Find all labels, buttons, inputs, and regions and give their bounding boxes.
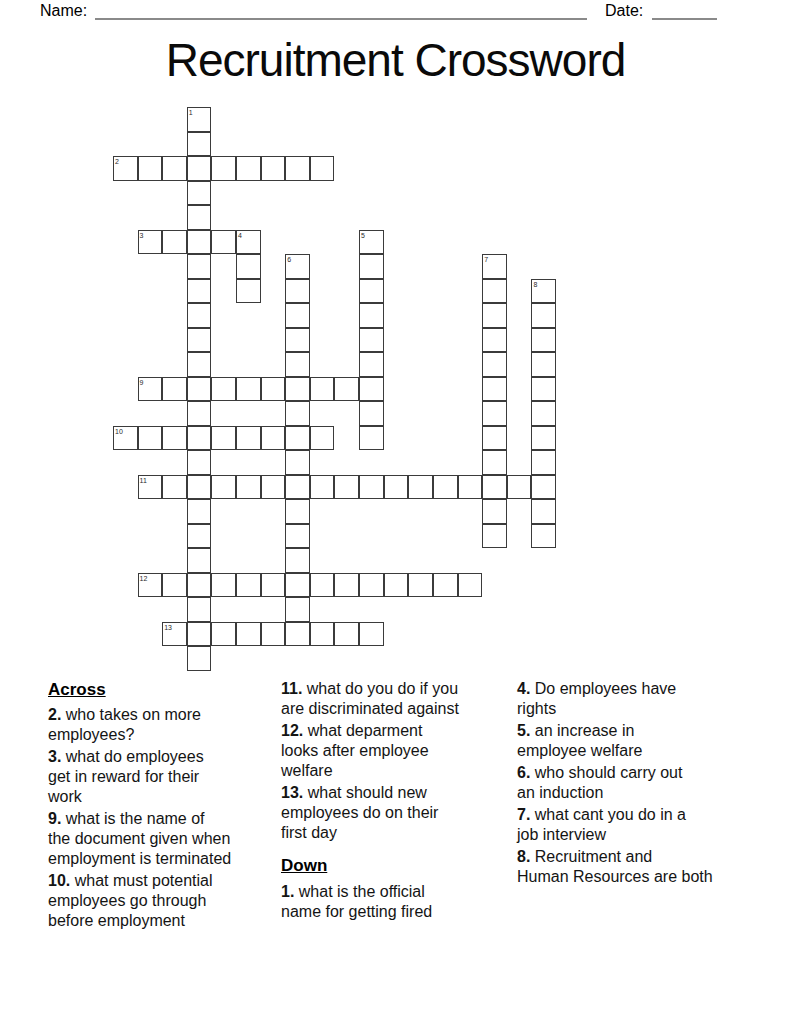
clue-text: what do you do if you are discriminated … — [281, 680, 459, 717]
cell-12-15[interactable] — [482, 401, 507, 426]
clue-number: 9. — [48, 810, 61, 827]
cell-8-17[interactable] — [531, 303, 556, 328]
cell-10-10[interactable] — [359, 352, 384, 377]
cell-13-7[interactable] — [285, 426, 310, 451]
cell-2-2[interactable] — [162, 156, 187, 181]
cell-11-17[interactable] — [531, 377, 556, 402]
cell-6-5[interactable] — [236, 254, 261, 279]
clue-across-11: 11. what do you do if you are discrimina… — [281, 679, 511, 719]
clue-number: 2. — [48, 706, 61, 723]
cell-number: 7 — [484, 255, 488, 264]
cell-16-17[interactable] — [531, 499, 556, 524]
cell-20-7[interactable] — [285, 597, 310, 622]
cell-13-17[interactable] — [531, 426, 556, 451]
cell-19-13[interactable] — [433, 573, 458, 598]
cell-7-15[interactable] — [482, 279, 507, 304]
cell-2-3[interactable] — [187, 156, 212, 181]
cell-21-7[interactable] — [285, 622, 310, 647]
cell-19-4[interactable] — [211, 573, 236, 598]
cell-18-7[interactable] — [285, 548, 310, 573]
clue-across-3: 3. what do employees get in reward for t… — [48, 747, 288, 807]
cell-13-6[interactable] — [261, 426, 286, 451]
cell-21-9[interactable] — [334, 622, 359, 647]
cell-number: 3 — [140, 231, 144, 240]
clue-text: who should carry out an induction — [517, 764, 682, 801]
clue-across-10: 10. what must potential employees go thr… — [48, 871, 288, 931]
cell-7-3[interactable] — [187, 279, 212, 304]
cell-8-10[interactable] — [359, 303, 384, 328]
clue-number: 4. — [517, 680, 530, 697]
cell-8-3[interactable] — [187, 303, 212, 328]
cell-7-7[interactable] — [285, 279, 310, 304]
cell-6-3[interactable] — [187, 254, 212, 279]
cell-number: 8 — [533, 280, 537, 289]
cell-19-11[interactable] — [384, 573, 409, 598]
cell-10-17[interactable] — [531, 352, 556, 377]
cell-10-3[interactable] — [187, 352, 212, 377]
cell-13-8[interactable] — [310, 426, 335, 451]
clue-down-4: 4. Do employees have rights — [517, 679, 767, 719]
clue-number: 13. — [281, 784, 303, 801]
cell-20-3[interactable] — [187, 597, 212, 622]
cell-16-3[interactable] — [187, 499, 212, 524]
cell-number: 2 — [115, 157, 119, 166]
cell-15-1[interactable]: 11 — [138, 475, 163, 500]
clue-number: 1. — [281, 883, 294, 900]
cell-2-6[interactable] — [261, 156, 286, 181]
cell-11-15[interactable] — [482, 377, 507, 402]
cell-15-15[interactable] — [482, 475, 507, 500]
clue-text: Do employees have rights — [517, 680, 676, 717]
cell-14-7[interactable] — [285, 450, 310, 475]
cell-5-4[interactable] — [211, 230, 236, 255]
cell-3-3[interactable] — [187, 181, 212, 206]
cell-13-1[interactable] — [138, 426, 163, 451]
cell-9-3[interactable] — [187, 328, 212, 353]
clue-text: what should new employees do on their fi… — [281, 784, 438, 841]
cell-21-4[interactable] — [211, 622, 236, 647]
clue-number: 3. — [48, 748, 61, 765]
clue-number: 5. — [517, 722, 530, 739]
cell-7-5[interactable] — [236, 279, 261, 304]
cell-13-0[interactable]: 10 — [113, 426, 138, 451]
cell-13-5[interactable] — [236, 426, 261, 451]
cell-5-10[interactable]: 5 — [359, 230, 384, 255]
cell-15-7[interactable] — [285, 475, 310, 500]
cell-17-3[interactable] — [187, 524, 212, 549]
clue-text: what do employees get in reward for thei… — [48, 748, 204, 805]
crossword-grid: 12345678910111213 — [113, 107, 556, 671]
cell-5-3[interactable] — [187, 230, 212, 255]
cell-14-17[interactable] — [531, 450, 556, 475]
cell-21-5[interactable] — [236, 622, 261, 647]
cell-2-0[interactable]: 2 — [113, 156, 138, 181]
cell-14-15[interactable] — [482, 450, 507, 475]
cell-11-4[interactable] — [211, 377, 236, 402]
cell-number: 1 — [189, 108, 193, 117]
cell-19-7[interactable] — [285, 573, 310, 598]
cell-7-10[interactable] — [359, 279, 384, 304]
clue-text: Recruitment and Human Resources are both — [517, 848, 713, 885]
cell-19-12[interactable] — [408, 573, 433, 598]
cell-10-7[interactable] — [285, 352, 310, 377]
cell-number: 10 — [115, 427, 123, 436]
cell-11-7[interactable] — [285, 377, 310, 402]
cell-9-10[interactable] — [359, 328, 384, 353]
cell-15-16[interactable] — [507, 475, 532, 500]
cell-17-15[interactable] — [482, 524, 507, 549]
cell-21-3[interactable] — [187, 622, 212, 647]
cell-11-2[interactable] — [162, 377, 187, 402]
cell-10-15[interactable] — [482, 352, 507, 377]
cell-21-8[interactable] — [310, 622, 335, 647]
cell-15-14[interactable] — [458, 475, 483, 500]
clue-column-2: 11. what do you do if you are discrimina… — [281, 679, 511, 924]
clue-down-5: 5. an increase in employee welfare — [517, 721, 767, 761]
clue-text: what deparment looks after employee welf… — [281, 722, 429, 779]
page-title: Recruitment Crossword — [0, 33, 791, 87]
clue-across-12: 12. what deparment looks after employee … — [281, 721, 511, 781]
clue-number: 8. — [517, 848, 530, 865]
cell-11-5[interactable] — [236, 377, 261, 402]
cell-19-5[interactable] — [236, 573, 261, 598]
cell-19-1[interactable]: 12 — [138, 573, 163, 598]
cell-11-10[interactable] — [359, 377, 384, 402]
cell-12-3[interactable] — [187, 401, 212, 426]
clue-text: what must potential employees go through… — [48, 872, 213, 929]
clue-across-9: 9. what is the name of the document give… — [48, 809, 288, 869]
cell-15-5[interactable] — [236, 475, 261, 500]
cell-6-10[interactable] — [359, 254, 384, 279]
cell-15-10[interactable] — [359, 475, 384, 500]
cell-7-17[interactable]: 8 — [531, 279, 556, 304]
cell-19-2[interactable] — [162, 573, 187, 598]
worksheet-page: Name: Date: Recruitment Crossword 123456… — [0, 0, 791, 1024]
cell-12-10[interactable] — [359, 401, 384, 426]
clue-number: 10. — [48, 872, 70, 889]
cell-number: 4 — [238, 231, 242, 240]
cell-15-13[interactable] — [433, 475, 458, 500]
clue-text: what is the official name for getting fi… — [281, 883, 432, 920]
cell-2-8[interactable] — [310, 156, 335, 181]
cell-19-3[interactable] — [187, 573, 212, 598]
cell-number: 9 — [140, 378, 144, 387]
cell-number: 6 — [287, 255, 291, 264]
cell-19-9[interactable] — [334, 573, 359, 598]
cell-6-15[interactable]: 7 — [482, 254, 507, 279]
cell-15-6[interactable] — [261, 475, 286, 500]
cell-11-1[interactable]: 9 — [138, 377, 163, 402]
cell-9-7[interactable] — [285, 328, 310, 353]
cell-2-4[interactable] — [211, 156, 236, 181]
cell-15-9[interactable] — [334, 475, 359, 500]
cell-8-7[interactable] — [285, 303, 310, 328]
clue-down-7: 7. what cant you do in a job interview — [517, 805, 767, 845]
cell-16-15[interactable] — [482, 499, 507, 524]
cell-15-8[interactable] — [310, 475, 335, 500]
cell-number: 13 — [164, 623, 172, 632]
clue-down-6: 6. who should carry out an induction — [517, 763, 767, 803]
cell-12-17[interactable] — [531, 401, 556, 426]
cell-13-4[interactable] — [211, 426, 236, 451]
cell-19-6[interactable] — [261, 573, 286, 598]
clue-text: what cant you do in a job interview — [517, 806, 686, 843]
cell-19-14[interactable] — [458, 573, 483, 598]
cell-13-2[interactable] — [162, 426, 187, 451]
cell-11-6[interactable] — [261, 377, 286, 402]
clue-number: 6. — [517, 764, 530, 781]
cell-17-7[interactable] — [285, 524, 310, 549]
clue-text: an increase in employee welfare — [517, 722, 642, 759]
clue-text: what is the name of the document given w… — [48, 810, 231, 867]
cell-16-7[interactable] — [285, 499, 310, 524]
cell-14-3[interactable] — [187, 450, 212, 475]
clue-column-1: Across 2. who takes on more employees? 3… — [48, 679, 288, 933]
cell-13-3[interactable] — [187, 426, 212, 451]
cell-9-15[interactable] — [482, 328, 507, 353]
cell-15-4[interactable] — [211, 475, 236, 500]
date-label: Date: — [605, 2, 643, 20]
cell-11-9[interactable] — [334, 377, 359, 402]
clue-number: 12. — [281, 722, 303, 739]
cell-15-3[interactable] — [187, 475, 212, 500]
cell-5-1[interactable]: 3 — [138, 230, 163, 255]
cell-0-3[interactable]: 1 — [187, 107, 212, 132]
down-heading: Down — [281, 855, 511, 877]
cell-12-7[interactable] — [285, 401, 310, 426]
cell-19-8[interactable] — [310, 573, 335, 598]
cell-2-7[interactable] — [285, 156, 310, 181]
cell-19-10[interactable] — [359, 573, 384, 598]
cell-1-3[interactable] — [187, 132, 212, 157]
cell-5-5[interactable]: 4 — [236, 230, 261, 255]
cell-21-6[interactable] — [261, 622, 286, 647]
clue-across-2: 2. who takes on more employees? — [48, 705, 288, 745]
date-blank-line[interactable] — [652, 1, 717, 20]
clue-down-1: 1. what is the official name for getting… — [281, 882, 511, 922]
cell-15-12[interactable] — [408, 475, 433, 500]
cell-13-10[interactable] — [359, 426, 384, 451]
cell-15-17[interactable] — [531, 475, 556, 500]
clue-text: who takes on more employees? — [48, 706, 201, 743]
cell-2-1[interactable] — [138, 156, 163, 181]
cell-number: 12 — [140, 574, 148, 583]
cell-6-7[interactable]: 6 — [285, 254, 310, 279]
clue-number: 7. — [517, 806, 530, 823]
cell-11-3[interactable] — [187, 377, 212, 402]
cell-17-17[interactable] — [531, 524, 556, 549]
clue-column-3: 4. Do employees have rights 5. an increa… — [517, 679, 767, 889]
clue-down-8: 8. Recruitment and Human Resources are b… — [517, 847, 767, 887]
cell-4-3[interactable] — [187, 205, 212, 230]
clue-across-13: 13. what should new employees do on thei… — [281, 783, 511, 843]
cell-13-15[interactable] — [482, 426, 507, 451]
cell-22-3[interactable] — [187, 646, 212, 671]
cell-5-2[interactable] — [162, 230, 187, 255]
cell-number: 5 — [361, 231, 365, 240]
clue-number: 11. — [281, 680, 302, 697]
cell-number: 11 — [140, 476, 147, 485]
cell-15-11[interactable] — [384, 475, 409, 500]
cell-15-2[interactable] — [162, 475, 187, 500]
across-heading: Across — [48, 679, 288, 701]
cell-9-17[interactable] — [531, 328, 556, 353]
name-blank-line[interactable] — [95, 1, 587, 20]
cell-21-2[interactable]: 13 — [162, 622, 187, 647]
cell-18-3[interactable] — [187, 548, 212, 573]
name-label: Name: — [40, 2, 87, 20]
cell-8-15[interactable] — [482, 303, 507, 328]
cell-11-8[interactable] — [310, 377, 335, 402]
cell-2-5[interactable] — [236, 156, 261, 181]
cell-21-10[interactable] — [359, 622, 384, 647]
